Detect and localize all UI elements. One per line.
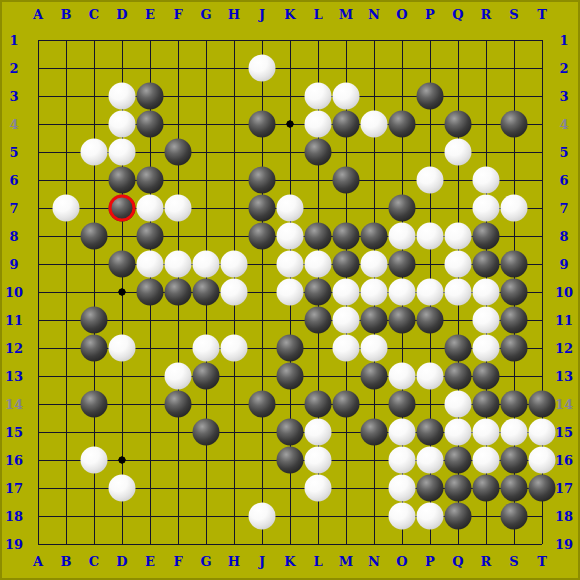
intersection-O8[interactable] bbox=[388, 222, 416, 250]
intersection-S5[interactable] bbox=[500, 138, 528, 166]
intersection-A10[interactable] bbox=[24, 278, 52, 306]
intersection-A1[interactable] bbox=[24, 26, 52, 54]
intersection-F17[interactable] bbox=[164, 474, 192, 502]
intersection-J2[interactable] bbox=[248, 54, 276, 82]
intersection-O2[interactable] bbox=[388, 54, 416, 82]
intersection-J12[interactable] bbox=[248, 334, 276, 362]
intersection-C14[interactable] bbox=[80, 390, 108, 418]
intersection-F5[interactable] bbox=[164, 138, 192, 166]
intersection-T3[interactable] bbox=[528, 82, 556, 110]
intersection-R13[interactable] bbox=[472, 362, 500, 390]
intersection-M4[interactable] bbox=[332, 110, 360, 138]
intersection-K11[interactable] bbox=[276, 306, 304, 334]
intersection-J11[interactable] bbox=[248, 306, 276, 334]
intersection-C13[interactable] bbox=[80, 362, 108, 390]
intersection-H14[interactable] bbox=[220, 390, 248, 418]
intersection-L10[interactable] bbox=[304, 278, 332, 306]
intersection-D12[interactable] bbox=[108, 334, 136, 362]
intersection-R14[interactable] bbox=[472, 390, 500, 418]
intersection-R12[interactable] bbox=[472, 334, 500, 362]
intersection-G11[interactable] bbox=[192, 306, 220, 334]
intersection-S15[interactable] bbox=[500, 418, 528, 446]
intersection-J14[interactable] bbox=[248, 390, 276, 418]
intersection-B10[interactable] bbox=[52, 278, 80, 306]
intersection-K1[interactable] bbox=[276, 26, 304, 54]
intersection-L7[interactable] bbox=[304, 194, 332, 222]
intersection-L6[interactable] bbox=[304, 166, 332, 194]
intersection-C9[interactable] bbox=[80, 250, 108, 278]
intersection-F8[interactable] bbox=[164, 222, 192, 250]
intersection-O11[interactable] bbox=[388, 306, 416, 334]
intersection-D14[interactable] bbox=[108, 390, 136, 418]
intersection-D16[interactable] bbox=[108, 446, 136, 474]
intersection-F6[interactable] bbox=[164, 166, 192, 194]
intersection-A3[interactable] bbox=[24, 82, 52, 110]
intersection-P8[interactable] bbox=[416, 222, 444, 250]
intersection-P18[interactable] bbox=[416, 502, 444, 530]
intersection-T11[interactable] bbox=[528, 306, 556, 334]
intersection-C5[interactable] bbox=[80, 138, 108, 166]
intersection-J7[interactable] bbox=[248, 194, 276, 222]
intersection-A6[interactable] bbox=[24, 166, 52, 194]
intersection-E1[interactable] bbox=[136, 26, 164, 54]
intersection-N11[interactable] bbox=[360, 306, 388, 334]
intersection-J10[interactable] bbox=[248, 278, 276, 306]
intersection-N6[interactable] bbox=[360, 166, 388, 194]
intersection-B15[interactable] bbox=[52, 418, 80, 446]
intersection-N3[interactable] bbox=[360, 82, 388, 110]
intersection-M6[interactable] bbox=[332, 166, 360, 194]
intersection-B14[interactable] bbox=[52, 390, 80, 418]
intersection-H6[interactable] bbox=[220, 166, 248, 194]
intersection-K10[interactable] bbox=[276, 278, 304, 306]
intersection-S13[interactable] bbox=[500, 362, 528, 390]
intersection-E4[interactable] bbox=[136, 110, 164, 138]
intersection-P11[interactable] bbox=[416, 306, 444, 334]
intersection-T14[interactable] bbox=[528, 390, 556, 418]
intersection-G4[interactable] bbox=[192, 110, 220, 138]
intersection-S9[interactable] bbox=[500, 250, 528, 278]
intersection-L13[interactable] bbox=[304, 362, 332, 390]
intersection-D2[interactable] bbox=[108, 54, 136, 82]
intersection-A11[interactable] bbox=[24, 306, 52, 334]
intersection-F18[interactable] bbox=[164, 502, 192, 530]
intersection-D8[interactable] bbox=[108, 222, 136, 250]
intersection-N5[interactable] bbox=[360, 138, 388, 166]
intersection-E7[interactable] bbox=[136, 194, 164, 222]
intersection-K18[interactable] bbox=[276, 502, 304, 530]
intersection-R2[interactable] bbox=[472, 54, 500, 82]
intersection-R7[interactable] bbox=[472, 194, 500, 222]
intersection-T17[interactable] bbox=[528, 474, 556, 502]
intersection-G8[interactable] bbox=[192, 222, 220, 250]
intersection-N18[interactable] bbox=[360, 502, 388, 530]
intersection-K6[interactable] bbox=[276, 166, 304, 194]
intersection-C6[interactable] bbox=[80, 166, 108, 194]
intersection-H10[interactable] bbox=[220, 278, 248, 306]
intersection-H7[interactable] bbox=[220, 194, 248, 222]
intersection-J4[interactable] bbox=[248, 110, 276, 138]
intersection-D9[interactable] bbox=[108, 250, 136, 278]
intersection-N2[interactable] bbox=[360, 54, 388, 82]
intersection-T4[interactable] bbox=[528, 110, 556, 138]
intersection-E8[interactable] bbox=[136, 222, 164, 250]
intersection-R5[interactable] bbox=[472, 138, 500, 166]
intersection-P4[interactable] bbox=[416, 110, 444, 138]
intersection-P10[interactable] bbox=[416, 278, 444, 306]
intersection-E9[interactable] bbox=[136, 250, 164, 278]
intersection-F16[interactable] bbox=[164, 446, 192, 474]
intersection-O12[interactable] bbox=[388, 334, 416, 362]
intersection-E2[interactable] bbox=[136, 54, 164, 82]
intersection-R1[interactable] bbox=[472, 26, 500, 54]
intersection-H8[interactable] bbox=[220, 222, 248, 250]
intersection-G18[interactable] bbox=[192, 502, 220, 530]
intersection-B7[interactable] bbox=[52, 194, 80, 222]
intersection-M16[interactable] bbox=[332, 446, 360, 474]
intersection-L9[interactable] bbox=[304, 250, 332, 278]
intersection-L12[interactable] bbox=[304, 334, 332, 362]
intersection-N15[interactable] bbox=[360, 418, 388, 446]
intersection-M5[interactable] bbox=[332, 138, 360, 166]
intersection-M17[interactable] bbox=[332, 474, 360, 502]
intersection-C3[interactable] bbox=[80, 82, 108, 110]
intersection-A12[interactable] bbox=[24, 334, 52, 362]
intersection-B9[interactable] bbox=[52, 250, 80, 278]
intersection-T6[interactable] bbox=[528, 166, 556, 194]
intersection-C10[interactable] bbox=[80, 278, 108, 306]
intersection-F10[interactable] bbox=[164, 278, 192, 306]
intersection-H13[interactable] bbox=[220, 362, 248, 390]
intersection-M7[interactable] bbox=[332, 194, 360, 222]
intersection-P12[interactable] bbox=[416, 334, 444, 362]
intersection-Q16[interactable] bbox=[444, 446, 472, 474]
intersection-O1[interactable] bbox=[388, 26, 416, 54]
intersection-O17[interactable] bbox=[388, 474, 416, 502]
intersection-N14[interactable] bbox=[360, 390, 388, 418]
intersection-J3[interactable] bbox=[248, 82, 276, 110]
intersection-D3[interactable] bbox=[108, 82, 136, 110]
intersection-R17[interactable] bbox=[472, 474, 500, 502]
intersection-Q4[interactable] bbox=[444, 110, 472, 138]
intersection-T10[interactable] bbox=[528, 278, 556, 306]
intersection-Q5[interactable] bbox=[444, 138, 472, 166]
intersection-Q18[interactable] bbox=[444, 502, 472, 530]
intersection-B8[interactable] bbox=[52, 222, 80, 250]
intersection-S7[interactable] bbox=[500, 194, 528, 222]
intersection-F2[interactable] bbox=[164, 54, 192, 82]
intersection-M14[interactable] bbox=[332, 390, 360, 418]
intersection-P15[interactable] bbox=[416, 418, 444, 446]
intersection-M9[interactable] bbox=[332, 250, 360, 278]
intersection-P6[interactable] bbox=[416, 166, 444, 194]
intersection-C7[interactable] bbox=[80, 194, 108, 222]
intersection-G2[interactable] bbox=[192, 54, 220, 82]
intersection-B17[interactable] bbox=[52, 474, 80, 502]
intersection-P7[interactable] bbox=[416, 194, 444, 222]
intersection-M13[interactable] bbox=[332, 362, 360, 390]
intersection-G16[interactable] bbox=[192, 446, 220, 474]
intersection-B4[interactable] bbox=[52, 110, 80, 138]
intersection-N17[interactable] bbox=[360, 474, 388, 502]
intersection-E14[interactable] bbox=[136, 390, 164, 418]
intersection-Q7[interactable] bbox=[444, 194, 472, 222]
intersection-Q10[interactable] bbox=[444, 278, 472, 306]
intersection-J17[interactable] bbox=[248, 474, 276, 502]
intersection-C15[interactable] bbox=[80, 418, 108, 446]
intersection-H18[interactable] bbox=[220, 502, 248, 530]
intersection-B1[interactable] bbox=[52, 26, 80, 54]
intersection-A2[interactable] bbox=[24, 54, 52, 82]
intersection-O3[interactable] bbox=[388, 82, 416, 110]
intersection-O13[interactable] bbox=[388, 362, 416, 390]
intersection-G3[interactable] bbox=[192, 82, 220, 110]
intersection-R11[interactable] bbox=[472, 306, 500, 334]
intersection-E17[interactable] bbox=[136, 474, 164, 502]
intersection-C12[interactable] bbox=[80, 334, 108, 362]
intersection-H2[interactable] bbox=[220, 54, 248, 82]
intersection-L5[interactable] bbox=[304, 138, 332, 166]
intersection-G9[interactable] bbox=[192, 250, 220, 278]
intersection-O6[interactable] bbox=[388, 166, 416, 194]
intersection-S2[interactable] bbox=[500, 54, 528, 82]
intersection-R3[interactable] bbox=[472, 82, 500, 110]
intersection-S4[interactable] bbox=[500, 110, 528, 138]
intersection-S8[interactable] bbox=[500, 222, 528, 250]
intersection-S10[interactable] bbox=[500, 278, 528, 306]
intersection-G14[interactable] bbox=[192, 390, 220, 418]
intersection-N1[interactable] bbox=[360, 26, 388, 54]
intersection-Q13[interactable] bbox=[444, 362, 472, 390]
intersection-S11[interactable] bbox=[500, 306, 528, 334]
intersection-O4[interactable] bbox=[388, 110, 416, 138]
intersection-Q14[interactable] bbox=[444, 390, 472, 418]
intersection-R16[interactable] bbox=[472, 446, 500, 474]
intersection-H16[interactable] bbox=[220, 446, 248, 474]
intersection-M1[interactable] bbox=[332, 26, 360, 54]
intersection-D11[interactable] bbox=[108, 306, 136, 334]
intersection-L18[interactable] bbox=[304, 502, 332, 530]
intersection-A7[interactable] bbox=[24, 194, 52, 222]
intersection-F4[interactable] bbox=[164, 110, 192, 138]
intersection-D7[interactable] bbox=[108, 194, 136, 222]
intersection-H4[interactable] bbox=[220, 110, 248, 138]
intersection-D10[interactable] bbox=[108, 278, 136, 306]
intersection-S6[interactable] bbox=[500, 166, 528, 194]
intersection-O16[interactable] bbox=[388, 446, 416, 474]
intersection-Q6[interactable] bbox=[444, 166, 472, 194]
intersection-Q9[interactable] bbox=[444, 250, 472, 278]
intersection-K2[interactable] bbox=[276, 54, 304, 82]
intersection-N13[interactable] bbox=[360, 362, 388, 390]
intersection-C11[interactable] bbox=[80, 306, 108, 334]
intersection-S3[interactable] bbox=[500, 82, 528, 110]
intersection-G1[interactable] bbox=[192, 26, 220, 54]
intersection-L16[interactable] bbox=[304, 446, 332, 474]
intersection-K15[interactable] bbox=[276, 418, 304, 446]
intersection-A5[interactable] bbox=[24, 138, 52, 166]
intersection-H15[interactable] bbox=[220, 418, 248, 446]
intersection-T18[interactable] bbox=[528, 502, 556, 530]
intersection-F12[interactable] bbox=[164, 334, 192, 362]
intersection-F7[interactable] bbox=[164, 194, 192, 222]
intersection-G5[interactable] bbox=[192, 138, 220, 166]
intersection-G12[interactable] bbox=[192, 334, 220, 362]
intersection-Q12[interactable] bbox=[444, 334, 472, 362]
intersection-T9[interactable] bbox=[528, 250, 556, 278]
intersection-K4[interactable] bbox=[276, 110, 304, 138]
intersection-Q17[interactable] bbox=[444, 474, 472, 502]
intersection-K3[interactable] bbox=[276, 82, 304, 110]
intersection-B16[interactable] bbox=[52, 446, 80, 474]
intersection-C17[interactable] bbox=[80, 474, 108, 502]
intersection-N12[interactable] bbox=[360, 334, 388, 362]
intersection-R6[interactable] bbox=[472, 166, 500, 194]
intersection-E10[interactable] bbox=[136, 278, 164, 306]
intersection-H9[interactable] bbox=[220, 250, 248, 278]
intersection-M8[interactable] bbox=[332, 222, 360, 250]
intersection-F9[interactable] bbox=[164, 250, 192, 278]
intersection-B3[interactable] bbox=[52, 82, 80, 110]
intersection-N16[interactable] bbox=[360, 446, 388, 474]
intersection-M3[interactable] bbox=[332, 82, 360, 110]
intersection-E5[interactable] bbox=[136, 138, 164, 166]
intersection-J18[interactable] bbox=[248, 502, 276, 530]
intersection-B13[interactable] bbox=[52, 362, 80, 390]
intersection-P13[interactable] bbox=[416, 362, 444, 390]
intersection-H3[interactable] bbox=[220, 82, 248, 110]
intersection-J8[interactable] bbox=[248, 222, 276, 250]
intersection-E6[interactable] bbox=[136, 166, 164, 194]
intersection-F14[interactable] bbox=[164, 390, 192, 418]
intersection-G7[interactable] bbox=[192, 194, 220, 222]
intersection-A8[interactable] bbox=[24, 222, 52, 250]
intersection-Q2[interactable] bbox=[444, 54, 472, 82]
intersection-S16[interactable] bbox=[500, 446, 528, 474]
intersection-F15[interactable] bbox=[164, 418, 192, 446]
intersection-M18[interactable] bbox=[332, 502, 360, 530]
intersection-H11[interactable] bbox=[220, 306, 248, 334]
intersection-K5[interactable] bbox=[276, 138, 304, 166]
intersection-F1[interactable] bbox=[164, 26, 192, 54]
intersection-M15[interactable] bbox=[332, 418, 360, 446]
intersection-O15[interactable] bbox=[388, 418, 416, 446]
intersection-T15[interactable] bbox=[528, 418, 556, 446]
intersection-C4[interactable] bbox=[80, 110, 108, 138]
intersection-D17[interactable] bbox=[108, 474, 136, 502]
intersection-A9[interactable] bbox=[24, 250, 52, 278]
intersection-O5[interactable] bbox=[388, 138, 416, 166]
intersection-M12[interactable] bbox=[332, 334, 360, 362]
intersection-J1[interactable] bbox=[248, 26, 276, 54]
intersection-P16[interactable] bbox=[416, 446, 444, 474]
intersection-F3[interactable] bbox=[164, 82, 192, 110]
intersection-R15[interactable] bbox=[472, 418, 500, 446]
intersection-C16[interactable] bbox=[80, 446, 108, 474]
intersection-L2[interactable] bbox=[304, 54, 332, 82]
intersection-E18[interactable] bbox=[136, 502, 164, 530]
intersection-T7[interactable] bbox=[528, 194, 556, 222]
intersection-C2[interactable] bbox=[80, 54, 108, 82]
intersection-E11[interactable] bbox=[136, 306, 164, 334]
intersection-E12[interactable] bbox=[136, 334, 164, 362]
intersection-R10[interactable] bbox=[472, 278, 500, 306]
intersection-H1[interactable] bbox=[220, 26, 248, 54]
intersection-A14[interactable] bbox=[24, 390, 52, 418]
intersection-Q8[interactable] bbox=[444, 222, 472, 250]
intersection-J16[interactable] bbox=[248, 446, 276, 474]
intersection-B5[interactable] bbox=[52, 138, 80, 166]
intersection-L14[interactable] bbox=[304, 390, 332, 418]
intersection-A16[interactable] bbox=[24, 446, 52, 474]
intersection-T1[interactable] bbox=[528, 26, 556, 54]
intersection-L17[interactable] bbox=[304, 474, 332, 502]
intersection-A17[interactable] bbox=[24, 474, 52, 502]
intersection-T5[interactable] bbox=[528, 138, 556, 166]
intersection-M2[interactable] bbox=[332, 54, 360, 82]
intersection-J5[interactable] bbox=[248, 138, 276, 166]
intersection-A18[interactable] bbox=[24, 502, 52, 530]
intersection-D18[interactable] bbox=[108, 502, 136, 530]
intersection-S14[interactable] bbox=[500, 390, 528, 418]
intersection-E15[interactable] bbox=[136, 418, 164, 446]
intersection-Q11[interactable] bbox=[444, 306, 472, 334]
intersection-K13[interactable] bbox=[276, 362, 304, 390]
intersection-A15[interactable] bbox=[24, 418, 52, 446]
intersection-J13[interactable] bbox=[248, 362, 276, 390]
intersection-O9[interactable] bbox=[388, 250, 416, 278]
intersection-J6[interactable] bbox=[248, 166, 276, 194]
intersection-K12[interactable] bbox=[276, 334, 304, 362]
intersection-L15[interactable] bbox=[304, 418, 332, 446]
intersection-G10[interactable] bbox=[192, 278, 220, 306]
intersection-J15[interactable] bbox=[248, 418, 276, 446]
intersection-N10[interactable] bbox=[360, 278, 388, 306]
intersection-M11[interactable] bbox=[332, 306, 360, 334]
intersection-L1[interactable] bbox=[304, 26, 332, 54]
intersection-P1[interactable] bbox=[416, 26, 444, 54]
intersection-T8[interactable] bbox=[528, 222, 556, 250]
intersection-K9[interactable] bbox=[276, 250, 304, 278]
intersection-O18[interactable] bbox=[388, 502, 416, 530]
intersection-O14[interactable] bbox=[388, 390, 416, 418]
intersection-B6[interactable] bbox=[52, 166, 80, 194]
intersection-Q3[interactable] bbox=[444, 82, 472, 110]
intersection-A13[interactable] bbox=[24, 362, 52, 390]
intersection-R18[interactable] bbox=[472, 502, 500, 530]
intersection-K17[interactable] bbox=[276, 474, 304, 502]
intersection-C1[interactable] bbox=[80, 26, 108, 54]
intersection-C8[interactable] bbox=[80, 222, 108, 250]
intersection-L8[interactable] bbox=[304, 222, 332, 250]
intersection-N4[interactable] bbox=[360, 110, 388, 138]
intersection-D15[interactable] bbox=[108, 418, 136, 446]
intersection-T13[interactable] bbox=[528, 362, 556, 390]
intersection-D13[interactable] bbox=[108, 362, 136, 390]
intersection-K16[interactable] bbox=[276, 446, 304, 474]
intersection-L4[interactable] bbox=[304, 110, 332, 138]
intersection-T2[interactable] bbox=[528, 54, 556, 82]
intersection-H12[interactable] bbox=[220, 334, 248, 362]
intersection-N8[interactable] bbox=[360, 222, 388, 250]
intersection-Q1[interactable] bbox=[444, 26, 472, 54]
intersection-P3[interactable] bbox=[416, 82, 444, 110]
intersection-D1[interactable] bbox=[108, 26, 136, 54]
intersection-A4[interactable] bbox=[24, 110, 52, 138]
go-board[interactable] bbox=[24, 26, 556, 558]
intersection-O7[interactable] bbox=[388, 194, 416, 222]
intersection-P14[interactable] bbox=[416, 390, 444, 418]
